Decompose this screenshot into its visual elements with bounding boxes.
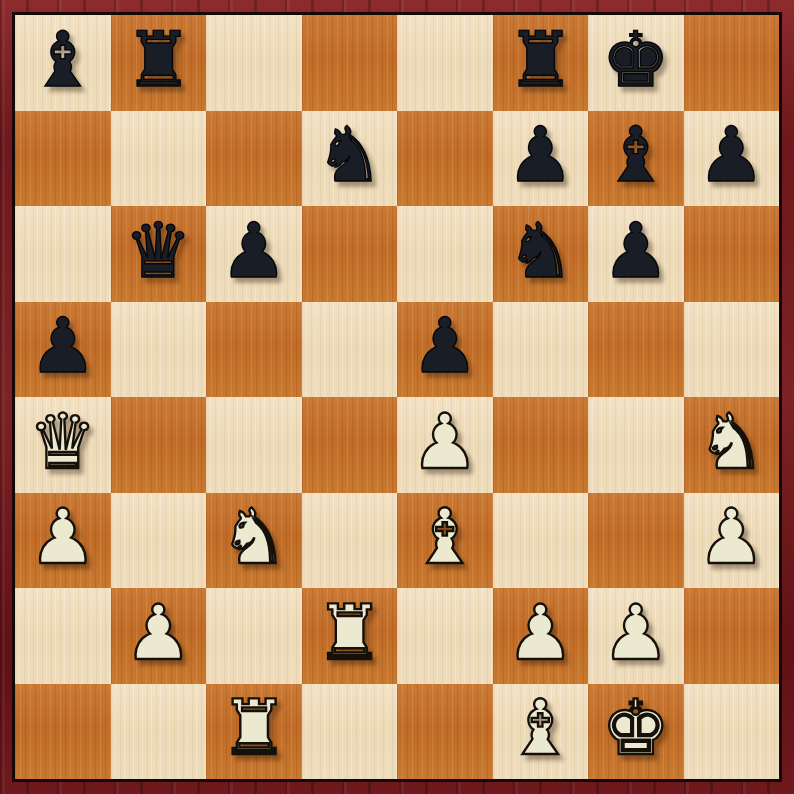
square-b5[interactable] xyxy=(111,302,207,398)
square-h6[interactable] xyxy=(684,206,780,302)
black-pawn-piece: ♟ xyxy=(697,117,765,193)
square-b8[interactable]: ♜ xyxy=(111,15,207,111)
square-c1[interactable]: ♜ xyxy=(206,684,302,780)
white-pawn-piece: ♟ xyxy=(29,499,97,575)
board-frame: ♝♜♜♚♞♟♝♟♛♟♞♟♟♟♛♟♞♟♞♝♟♟♜♟♟♜♝♚ xyxy=(0,0,794,794)
square-e2[interactable] xyxy=(397,588,493,684)
square-f3[interactable] xyxy=(493,493,589,589)
square-f2[interactable]: ♟ xyxy=(493,588,589,684)
square-c3[interactable]: ♞ xyxy=(206,493,302,589)
square-c8[interactable] xyxy=(206,15,302,111)
square-f1[interactable]: ♝ xyxy=(493,684,589,780)
square-h2[interactable] xyxy=(684,588,780,684)
square-e1[interactable] xyxy=(397,684,493,780)
square-b6[interactable]: ♛ xyxy=(111,206,207,302)
square-a5[interactable]: ♟ xyxy=(15,302,111,398)
square-b3[interactable] xyxy=(111,493,207,589)
square-g3[interactable] xyxy=(588,493,684,589)
white-knight-piece: ♞ xyxy=(220,499,288,575)
square-a2[interactable] xyxy=(15,588,111,684)
square-d2[interactable]: ♜ xyxy=(302,588,398,684)
square-e3[interactable]: ♝ xyxy=(397,493,493,589)
white-pawn-piece: ♟ xyxy=(602,595,670,671)
square-h3[interactable]: ♟ xyxy=(684,493,780,589)
white-queen-piece: ♛ xyxy=(29,404,97,480)
square-c7[interactable] xyxy=(206,111,302,207)
square-a7[interactable] xyxy=(15,111,111,207)
square-g5[interactable] xyxy=(588,302,684,398)
white-knight-piece: ♞ xyxy=(697,404,765,480)
square-f4[interactable] xyxy=(493,397,589,493)
square-c6[interactable]: ♟ xyxy=(206,206,302,302)
square-a3[interactable]: ♟ xyxy=(15,493,111,589)
square-f8[interactable]: ♜ xyxy=(493,15,589,111)
square-f6[interactable]: ♞ xyxy=(493,206,589,302)
square-b2[interactable]: ♟ xyxy=(111,588,207,684)
square-c4[interactable] xyxy=(206,397,302,493)
white-pawn-piece: ♟ xyxy=(411,404,479,480)
black-king-piece: ♚ xyxy=(602,22,670,98)
square-f7[interactable]: ♟ xyxy=(493,111,589,207)
white-pawn-piece: ♟ xyxy=(697,499,765,575)
black-pawn-piece: ♟ xyxy=(29,308,97,384)
chess-board: ♝♜♜♚♞♟♝♟♛♟♞♟♟♟♛♟♞♟♞♝♟♟♜♟♟♜♝♚ xyxy=(12,12,782,782)
square-a8[interactable]: ♝ xyxy=(15,15,111,111)
square-h7[interactable]: ♟ xyxy=(684,111,780,207)
square-b4[interactable] xyxy=(111,397,207,493)
white-pawn-piece: ♟ xyxy=(124,595,192,671)
square-f5[interactable] xyxy=(493,302,589,398)
square-a1[interactable] xyxy=(15,684,111,780)
white-bishop-piece: ♝ xyxy=(411,499,479,575)
black-knight-piece: ♞ xyxy=(315,117,383,193)
white-bishop-piece: ♝ xyxy=(506,690,574,766)
black-rook-piece: ♜ xyxy=(506,22,574,98)
black-pawn-piece: ♟ xyxy=(602,213,670,289)
black-pawn-piece: ♟ xyxy=(220,213,288,289)
square-g8[interactable]: ♚ xyxy=(588,15,684,111)
square-h4[interactable]: ♞ xyxy=(684,397,780,493)
square-g6[interactable]: ♟ xyxy=(588,206,684,302)
black-bishop-piece: ♝ xyxy=(602,117,670,193)
square-g2[interactable]: ♟ xyxy=(588,588,684,684)
square-e5[interactable]: ♟ xyxy=(397,302,493,398)
black-pawn-piece: ♟ xyxy=(411,308,479,384)
square-c2[interactable] xyxy=(206,588,302,684)
square-d5[interactable] xyxy=(302,302,398,398)
square-g1[interactable]: ♚ xyxy=(588,684,684,780)
white-king-piece: ♚ xyxy=(602,690,670,766)
square-a6[interactable] xyxy=(15,206,111,302)
square-g7[interactable]: ♝ xyxy=(588,111,684,207)
square-d7[interactable]: ♞ xyxy=(302,111,398,207)
black-queen-piece: ♛ xyxy=(124,213,192,289)
square-d6[interactable] xyxy=(302,206,398,302)
square-d3[interactable] xyxy=(302,493,398,589)
square-b1[interactable] xyxy=(111,684,207,780)
square-d1[interactable] xyxy=(302,684,398,780)
square-g4[interactable] xyxy=(588,397,684,493)
square-e4[interactable]: ♟ xyxy=(397,397,493,493)
square-b7[interactable] xyxy=(111,111,207,207)
square-h1[interactable] xyxy=(684,684,780,780)
black-rook-piece: ♜ xyxy=(124,22,192,98)
square-e8[interactable] xyxy=(397,15,493,111)
square-e7[interactable] xyxy=(397,111,493,207)
white-rook-piece: ♜ xyxy=(315,595,383,671)
white-pawn-piece: ♟ xyxy=(506,595,574,671)
black-knight-piece: ♞ xyxy=(506,213,574,289)
square-a4[interactable]: ♛ xyxy=(15,397,111,493)
white-rook-piece: ♜ xyxy=(220,690,288,766)
black-pawn-piece: ♟ xyxy=(506,117,574,193)
square-d8[interactable] xyxy=(302,15,398,111)
square-d4[interactable] xyxy=(302,397,398,493)
square-h8[interactable] xyxy=(684,15,780,111)
square-c5[interactable] xyxy=(206,302,302,398)
black-bishop-piece: ♝ xyxy=(29,22,97,98)
square-e6[interactable] xyxy=(397,206,493,302)
square-h5[interactable] xyxy=(684,302,780,398)
